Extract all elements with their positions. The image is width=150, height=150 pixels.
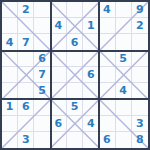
given-digit: 1 [87, 20, 95, 31]
cell-r8c2[interactable] [18, 116, 34, 132]
cell-r4c7[interactable] [99, 51, 115, 67]
argyle-sudoku-board: 249412476657654165643368 [0, 0, 150, 150]
cell-r2c1[interactable] [2, 18, 18, 34]
given-digit: 6 [22, 101, 30, 112]
cell-r5c4[interactable] [51, 67, 67, 83]
given-digit: 1 [6, 101, 14, 112]
cell-r1c8[interactable] [116, 2, 132, 18]
given-digit: 9 [136, 4, 144, 15]
cell-r4c6[interactable] [83, 51, 99, 67]
cell-r4c1[interactable] [2, 51, 18, 67]
cell-r8c3[interactable] [34, 116, 50, 132]
given-digit: 7 [22, 37, 30, 48]
given-digit: 6 [103, 134, 111, 145]
cell-r2c3[interactable] [34, 18, 50, 34]
box-separator-vertical-2 [98, 2, 100, 148]
cell-r1c6[interactable] [83, 2, 99, 18]
cell-r8c6[interactable]: 4 [83, 116, 99, 132]
cell-r7c3[interactable] [34, 99, 50, 115]
cell-r6c3[interactable]: 5 [34, 83, 50, 99]
cell-r1c1[interactable] [2, 2, 18, 18]
cell-r2c6[interactable]: 1 [83, 18, 99, 34]
cell-r3c8[interactable] [116, 34, 132, 50]
cell-r7c8[interactable] [116, 99, 132, 115]
cell-r2c5[interactable] [67, 18, 83, 34]
given-digit: 2 [136, 20, 144, 31]
given-digit: 6 [71, 37, 79, 48]
cell-r7c7[interactable] [99, 99, 115, 115]
cell-r4c2[interactable] [18, 51, 34, 67]
cell-r3c6[interactable] [83, 34, 99, 50]
cell-r8c5[interactable] [67, 116, 83, 132]
given-digit: 2 [22, 4, 30, 15]
cell-r2c7[interactable] [99, 18, 115, 34]
cell-r1c2[interactable]: 2 [18, 2, 34, 18]
cell-r3c9[interactable] [132, 34, 148, 50]
cell-r6c2[interactable] [18, 83, 34, 99]
cell-r5c8[interactable] [116, 67, 132, 83]
given-digit: 8 [136, 134, 144, 145]
cell-r7c6[interactable] [83, 99, 99, 115]
cell-r6c7[interactable] [99, 83, 115, 99]
given-digit: 3 [22, 134, 30, 145]
given-digit: 4 [103, 4, 111, 15]
cell-r9c9[interactable]: 8 [132, 132, 148, 148]
cell-r7c9[interactable] [132, 99, 148, 115]
cell-r6c8[interactable]: 4 [116, 83, 132, 99]
cell-r4c5[interactable] [67, 51, 83, 67]
cell-r3c3[interactable] [34, 34, 50, 50]
cell-r8c9[interactable]: 3 [132, 116, 148, 132]
given-digit: 4 [87, 118, 95, 129]
given-digit: 6 [87, 69, 95, 80]
cell-r9c7[interactable]: 6 [99, 132, 115, 148]
cell-r2c4[interactable]: 4 [51, 18, 67, 34]
cell-r7c2[interactable]: 6 [18, 99, 34, 115]
cell-r5c7[interactable] [99, 67, 115, 83]
cell-r6c9[interactable] [132, 83, 148, 99]
cell-r9c8[interactable] [116, 132, 132, 148]
given-digit: 6 [54, 118, 62, 129]
cell-r8c1[interactable] [2, 116, 18, 132]
cell-r5c1[interactable] [2, 67, 18, 83]
cell-r3c4[interactable] [51, 34, 67, 50]
cell-r3c5[interactable]: 6 [67, 34, 83, 50]
cell-r3c7[interactable] [99, 34, 115, 50]
cell-r1c3[interactable] [34, 2, 50, 18]
cell-r9c2[interactable]: 3 [18, 132, 34, 148]
given-digit: 4 [54, 20, 62, 31]
cell-r7c1[interactable]: 1 [2, 99, 18, 115]
box-separator-horizontal-2 [2, 98, 148, 100]
cell-r8c7[interactable] [99, 116, 115, 132]
box-separator-vertical-1 [50, 2, 52, 148]
cell-r3c2[interactable]: 7 [18, 34, 34, 50]
cell-r2c9[interactable]: 2 [132, 18, 148, 34]
cell-r5c3[interactable]: 7 [34, 67, 50, 83]
cell-r7c4[interactable] [51, 99, 67, 115]
given-digit: 7 [38, 69, 46, 80]
cell-r1c9[interactable]: 9 [132, 2, 148, 18]
cell-r1c4[interactable] [51, 2, 67, 18]
given-digit: 4 [119, 85, 127, 96]
cell-r9c6[interactable] [83, 132, 99, 148]
given-digit: 4 [6, 37, 14, 48]
cell-r5c9[interactable] [132, 67, 148, 83]
cell-r5c5[interactable] [67, 67, 83, 83]
given-digit: 5 [119, 53, 127, 64]
cell-r4c3[interactable]: 6 [34, 51, 50, 67]
cell-r4c4[interactable] [51, 51, 67, 67]
cell-r5c6[interactable]: 6 [83, 67, 99, 83]
cell-r2c8[interactable] [116, 18, 132, 34]
cell-r9c4[interactable] [51, 132, 67, 148]
cell-r8c4[interactable]: 6 [51, 116, 67, 132]
cell-r1c5[interactable] [67, 2, 83, 18]
box-separator-horizontal-1 [2, 50, 148, 52]
cell-r9c5[interactable] [67, 132, 83, 148]
cell-r9c1[interactable] [2, 132, 18, 148]
cell-grid: 249412476657654165643368 [2, 2, 148, 148]
cell-r3c1[interactable]: 4 [2, 34, 18, 50]
given-digit: 5 [71, 101, 79, 112]
cell-r4c9[interactable] [132, 51, 148, 67]
cell-r4c8[interactable]: 5 [116, 51, 132, 67]
cell-r6c5[interactable] [67, 83, 83, 99]
cell-r6c6[interactable] [83, 83, 99, 99]
cell-r5c2[interactable] [18, 67, 34, 83]
cell-r9c3[interactable] [34, 132, 50, 148]
given-digit: 3 [136, 118, 144, 129]
cell-r6c1[interactable] [2, 83, 18, 99]
cell-r8c8[interactable] [116, 116, 132, 132]
cell-r2c2[interactable] [18, 18, 34, 34]
cell-r1c7[interactable]: 4 [99, 2, 115, 18]
cell-r7c5[interactable]: 5 [67, 99, 83, 115]
given-digit: 5 [38, 85, 46, 96]
given-digit: 6 [38, 53, 46, 64]
cell-r6c4[interactable] [51, 83, 67, 99]
